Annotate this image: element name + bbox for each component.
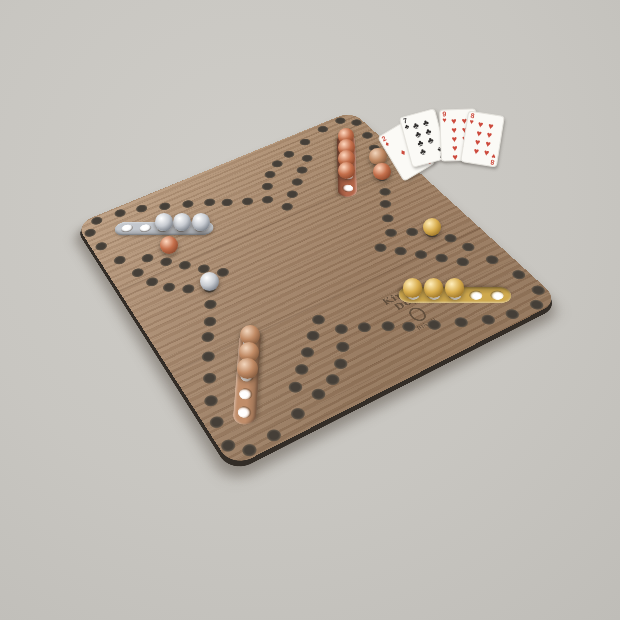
kennel-tray-gold[interactable]: [398, 287, 513, 303]
kennel-hole[interactable]: [341, 149, 353, 156]
finish-hole[interactable]: [294, 165, 310, 175]
track-hole[interactable]: [478, 313, 498, 327]
track-hole[interactable]: [201, 315, 219, 329]
track-hole[interactable]: [130, 266, 146, 279]
finish-hole[interactable]: [279, 201, 295, 212]
track-hole[interactable]: [379, 213, 396, 225]
track-hole[interactable]: [112, 208, 127, 219]
track-hole[interactable]: [509, 268, 528, 281]
track-hole[interactable]: [370, 157, 386, 167]
track-hole[interactable]: [403, 226, 421, 238]
finish-hole[interactable]: [214, 266, 231, 279]
finish-hole[interactable]: [299, 153, 315, 163]
kennel-hole[interactable]: [489, 290, 504, 300]
kennel-hole[interactable]: [120, 224, 133, 232]
track-hole[interactable]: [202, 298, 219, 311]
playing-card-8-heart[interactable]: 8♥8♥♥♥♥♥♥♥♥♥: [460, 110, 505, 167]
kennel-hole[interactable]: [341, 184, 353, 192]
card-index: 9♥: [442, 111, 447, 123]
track-hole[interactable]: [377, 198, 394, 209]
finish-hole[interactable]: [158, 256, 174, 268]
kennel-hole[interactable]: [468, 290, 483, 300]
track-hole[interactable]: [288, 406, 308, 423]
track-hole[interactable]: [270, 159, 286, 169]
track-hole[interactable]: [199, 330, 217, 344]
finish-hole[interactable]: [195, 263, 212, 276]
track-hole[interactable]: [309, 386, 329, 402]
kennel-hole[interactable]: [139, 224, 152, 232]
track-hole[interactable]: [459, 241, 477, 253]
finish-hole[interactable]: [292, 362, 311, 377]
track-hole[interactable]: [199, 349, 217, 364]
finish-hole[interactable]: [289, 177, 305, 188]
track-hole[interactable]: [218, 437, 238, 454]
finish-hole[interactable]: [309, 313, 327, 327]
track-hole[interactable]: [180, 199, 196, 210]
track-hole[interactable]: [134, 203, 149, 214]
track-hole[interactable]: [200, 371, 219, 386]
track-hole[interactable]: [349, 118, 364, 127]
track-hole[interactable]: [82, 227, 97, 239]
track-hole[interactable]: [281, 149, 296, 159]
track-hole[interactable]: [323, 372, 343, 388]
kennel-hole[interactable]: [157, 224, 170, 232]
track-hole[interactable]: [423, 227, 441, 239]
kennel-hole[interactable]: [340, 138, 351, 145]
finish-hole[interactable]: [286, 379, 305, 395]
kennel-hole[interactable]: [194, 224, 207, 232]
kennel-tray-bronze[interactable]: [232, 331, 261, 425]
kennel-hole[interactable]: [243, 337, 257, 348]
track-hole[interactable]: [240, 196, 256, 207]
track-hole[interactable]: [157, 201, 173, 212]
track-hole[interactable]: [202, 393, 221, 409]
track-hole[interactable]: [374, 172, 390, 183]
finish-hole[interactable]: [392, 245, 410, 257]
track-hole[interactable]: [360, 131, 376, 141]
track-hole[interactable]: [528, 283, 548, 297]
finish-hole[interactable]: [177, 259, 194, 271]
kennel-hole[interactable]: [237, 406, 252, 418]
finish-hole[interactable]: [298, 345, 317, 360]
kennel-hole[interactable]: [341, 173, 353, 181]
track-hole[interactable]: [93, 240, 109, 252]
track-hole[interactable]: [382, 227, 399, 239]
kennel-hole[interactable]: [240, 370, 255, 381]
track-hole[interactable]: [259, 181, 275, 192]
finish-hole[interactable]: [433, 252, 451, 265]
kennel-hole[interactable]: [341, 161, 353, 169]
finish-hole[interactable]: [412, 248, 430, 261]
track-hole[interactable]: [315, 124, 330, 134]
track-hole[interactable]: [355, 320, 374, 334]
track-hole[interactable]: [297, 137, 312, 147]
track-hole[interactable]: [201, 282, 218, 295]
card-pips: ♣♣♣♣♣♣♣: [410, 118, 440, 158]
kennel-hole[interactable]: [406, 290, 420, 300]
kennel-tray-silver[interactable]: [113, 221, 214, 235]
track-hole[interactable]: [377, 186, 394, 197]
track-hole[interactable]: [332, 322, 351, 336]
kennel-hole[interactable]: [239, 388, 254, 400]
track-hole[interactable]: [161, 281, 178, 294]
photo-stage: Kings Dog Brändi 2♦2♦♦♦7♣7♣♣♣♣♣♣♣♣9♥9♥♥♥…: [0, 0, 620, 620]
kennel-hole[interactable]: [241, 353, 255, 364]
track-hole[interactable]: [502, 307, 522, 321]
track-hole[interactable]: [333, 340, 352, 355]
track-hole[interactable]: [483, 253, 502, 266]
finish-hole[interactable]: [139, 252, 155, 264]
track-hole[interactable]: [451, 315, 471, 329]
track-hole[interactable]: [112, 254, 128, 266]
track-hole[interactable]: [442, 232, 460, 244]
finish-hole[interactable]: [453, 255, 471, 268]
track-hole[interactable]: [260, 194, 276, 205]
track-hole[interactable]: [202, 197, 218, 208]
track-hole[interactable]: [331, 356, 350, 371]
track-hole[interactable]: [366, 143, 382, 153]
card-index: 7♣: [402, 118, 410, 131]
finish-hole[interactable]: [372, 242, 390, 254]
kennel-tray-copper[interactable]: [337, 134, 357, 197]
track-hole[interactable]: [262, 169, 278, 179]
kennel-hole[interactable]: [447, 290, 462, 300]
finish-hole[interactable]: [284, 189, 300, 200]
track-hole[interactable]: [144, 275, 161, 288]
track-hole[interactable]: [207, 414, 226, 431]
card-index: 8♥: [469, 113, 475, 126]
track-hole[interactable]: [219, 197, 235, 208]
track-hole[interactable]: [180, 282, 197, 295]
track-hole[interactable]: [333, 116, 348, 125]
track-hole[interactable]: [264, 427, 284, 444]
finish-hole[interactable]: [304, 329, 323, 343]
card-index: 2♦: [381, 135, 391, 147]
kennel-hole[interactable]: [176, 224, 189, 232]
track-hole[interactable]: [89, 215, 104, 226]
kennel-hole[interactable]: [426, 290, 440, 300]
